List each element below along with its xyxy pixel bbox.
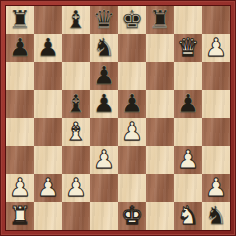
black-rook[interactable]: ♜ bbox=[6, 6, 34, 34]
black-rook[interactable]: ♜ bbox=[146, 6, 174, 34]
square-b5[interactable] bbox=[34, 90, 62, 118]
square-e8[interactable]: ♚ bbox=[118, 6, 146, 34]
square-f6[interactable] bbox=[146, 62, 174, 90]
square-h8[interactable] bbox=[202, 6, 230, 34]
square-g2[interactable] bbox=[174, 174, 202, 202]
square-e6[interactable] bbox=[118, 62, 146, 90]
square-d5[interactable]: ♟ bbox=[90, 90, 118, 118]
square-f3[interactable] bbox=[146, 146, 174, 174]
white-pawn[interactable]: ♟ bbox=[174, 146, 202, 174]
black-pawn[interactable]: ♟ bbox=[6, 34, 34, 62]
square-h7[interactable]: ♟ bbox=[202, 34, 230, 62]
black-king[interactable]: ♚ bbox=[118, 6, 146, 34]
black-knight[interactable]: ♞ bbox=[202, 202, 230, 230]
square-f5[interactable] bbox=[146, 90, 174, 118]
square-e3[interactable] bbox=[118, 146, 146, 174]
square-d3[interactable]: ♟ bbox=[90, 146, 118, 174]
square-f4[interactable] bbox=[146, 118, 174, 146]
square-g1[interactable]: ♞ bbox=[174, 202, 202, 230]
black-bishop[interactable]: ♝ bbox=[62, 6, 90, 34]
black-bishop[interactable]: ♝ bbox=[62, 90, 90, 118]
square-f7[interactable] bbox=[146, 34, 174, 62]
square-e1[interactable]: ♚ bbox=[118, 202, 146, 230]
square-c4[interactable]: ♝ bbox=[62, 118, 90, 146]
black-queen[interactable]: ♛ bbox=[90, 6, 118, 34]
square-c3[interactable] bbox=[62, 146, 90, 174]
square-a2[interactable]: ♟ bbox=[6, 174, 34, 202]
square-a5[interactable] bbox=[6, 90, 34, 118]
square-c5[interactable]: ♝ bbox=[62, 90, 90, 118]
white-pawn[interactable]: ♟ bbox=[118, 118, 146, 146]
white-pawn[interactable]: ♟ bbox=[34, 174, 62, 202]
square-g5[interactable]: ♟ bbox=[174, 90, 202, 118]
square-g6[interactable] bbox=[174, 62, 202, 90]
square-f8[interactable]: ♜ bbox=[146, 6, 174, 34]
square-h5[interactable] bbox=[202, 90, 230, 118]
white-pawn[interactable]: ♟ bbox=[90, 146, 118, 174]
white-knight[interactable]: ♞ bbox=[174, 202, 202, 230]
square-a7[interactable]: ♟ bbox=[6, 34, 34, 62]
square-c8[interactable]: ♝ bbox=[62, 6, 90, 34]
square-d8[interactable]: ♛ bbox=[90, 6, 118, 34]
white-pawn[interactable]: ♟ bbox=[62, 174, 90, 202]
square-d7[interactable]: ♞ bbox=[90, 34, 118, 62]
white-pawn[interactable]: ♟ bbox=[202, 34, 230, 62]
square-d4[interactable] bbox=[90, 118, 118, 146]
square-b1[interactable] bbox=[34, 202, 62, 230]
square-e5[interactable]: ♟ bbox=[118, 90, 146, 118]
white-bishop[interactable]: ♝ bbox=[62, 118, 90, 146]
square-b6[interactable] bbox=[34, 62, 62, 90]
black-pawn[interactable]: ♟ bbox=[90, 90, 118, 118]
black-pawn[interactable]: ♟ bbox=[34, 34, 62, 62]
black-pawn[interactable]: ♟ bbox=[90, 62, 118, 90]
square-a3[interactable] bbox=[6, 146, 34, 174]
black-pawn[interactable]: ♟ bbox=[118, 90, 146, 118]
square-g8[interactable] bbox=[174, 6, 202, 34]
square-b3[interactable] bbox=[34, 146, 62, 174]
white-rook[interactable]: ♜ bbox=[6, 202, 34, 230]
square-c7[interactable] bbox=[62, 34, 90, 62]
square-f2[interactable] bbox=[146, 174, 174, 202]
square-h4[interactable] bbox=[202, 118, 230, 146]
white-pawn[interactable]: ♟ bbox=[6, 174, 34, 202]
square-h3[interactable] bbox=[202, 146, 230, 174]
square-d2[interactable] bbox=[90, 174, 118, 202]
square-d6[interactable]: ♟ bbox=[90, 62, 118, 90]
square-g7[interactable]: ♛ bbox=[174, 34, 202, 62]
square-g3[interactable]: ♟ bbox=[174, 146, 202, 174]
square-h6[interactable] bbox=[202, 62, 230, 90]
square-c1[interactable] bbox=[62, 202, 90, 230]
square-a1[interactable]: ♜ bbox=[6, 202, 34, 230]
chess-board: ♜♝♛♚♜♟♟♞♛♟♟♝♟♟♟♝♟♟♟♟♟♟♟♜♚♞♞ bbox=[6, 6, 230, 230]
square-f1[interactable] bbox=[146, 202, 174, 230]
square-h2[interactable]: ♟ bbox=[202, 174, 230, 202]
white-queen[interactable]: ♛ bbox=[174, 34, 202, 62]
white-king[interactable]: ♚ bbox=[118, 202, 146, 230]
square-g4[interactable] bbox=[174, 118, 202, 146]
square-e4[interactable]: ♟ bbox=[118, 118, 146, 146]
square-a8[interactable]: ♜ bbox=[6, 6, 34, 34]
square-d1[interactable] bbox=[90, 202, 118, 230]
square-c6[interactable] bbox=[62, 62, 90, 90]
square-a6[interactable] bbox=[6, 62, 34, 90]
square-b8[interactable] bbox=[34, 6, 62, 34]
square-h1[interactable]: ♞ bbox=[202, 202, 230, 230]
square-e2[interactable] bbox=[118, 174, 146, 202]
chess-board-frame: ♜♝♛♚♜♟♟♞♛♟♟♝♟♟♟♝♟♟♟♟♟♟♟♜♚♞♞ bbox=[0, 0, 236, 236]
white-pawn[interactable]: ♟ bbox=[202, 174, 230, 202]
square-b7[interactable]: ♟ bbox=[34, 34, 62, 62]
black-knight[interactable]: ♞ bbox=[90, 34, 118, 62]
square-a4[interactable] bbox=[6, 118, 34, 146]
square-b2[interactable]: ♟ bbox=[34, 174, 62, 202]
square-c2[interactable]: ♟ bbox=[62, 174, 90, 202]
square-b4[interactable] bbox=[34, 118, 62, 146]
black-pawn[interactable]: ♟ bbox=[174, 90, 202, 118]
square-e7[interactable] bbox=[118, 34, 146, 62]
